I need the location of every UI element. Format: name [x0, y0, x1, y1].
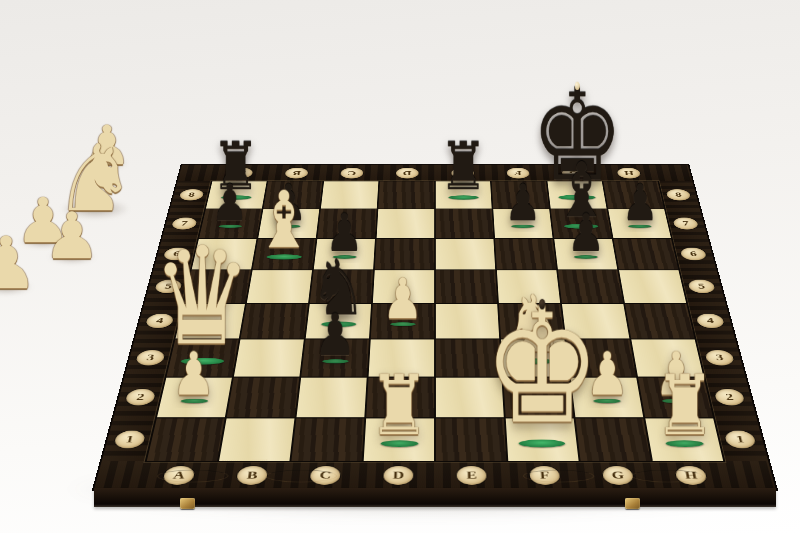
file-label-e-top: E [451, 168, 474, 179]
brass-clasp-left [180, 498, 195, 509]
square-e4[interactable] [436, 304, 499, 339]
square-b6[interactable] [253, 239, 316, 270]
square-a1[interactable] [147, 418, 225, 461]
square-b3[interactable] [234, 339, 304, 376]
square-f4[interactable] [499, 304, 564, 339]
square-h6[interactable] [614, 239, 679, 270]
square-h2[interactable] [638, 378, 713, 418]
rail-ornament [631, 470, 705, 483]
file-label-f-top: F [506, 168, 529, 179]
square-c1[interactable] [291, 418, 364, 461]
square-g2[interactable] [571, 378, 644, 418]
square-f7[interactable] [493, 209, 552, 238]
square-g4[interactable] [562, 304, 629, 339]
file-label-g-top: G [561, 168, 585, 179]
square-b4[interactable] [241, 304, 308, 339]
chess-board: ABCDEFGHABCDEFGH8765432187654321 ♜♜♚♟♟♟♝… [94, 165, 776, 490]
square-d2[interactable] [366, 378, 434, 418]
square-h8[interactable] [603, 181, 664, 208]
square-g6[interactable] [554, 239, 617, 270]
square-e2[interactable] [436, 378, 504, 418]
square-a3[interactable] [167, 339, 239, 376]
square-b5[interactable] [247, 270, 312, 303]
square-a4[interactable] [176, 304, 245, 339]
square-f5[interactable] [497, 270, 560, 303]
square-b1[interactable] [219, 418, 294, 461]
square-e5[interactable] [436, 270, 497, 303]
square-e7[interactable] [436, 209, 494, 238]
file-label-e-bottom: E [457, 466, 487, 485]
square-h7[interactable] [608, 209, 671, 238]
square-c6[interactable] [314, 239, 375, 270]
square-a2[interactable] [157, 378, 232, 418]
square-f3[interactable] [501, 339, 569, 376]
square-d6[interactable] [375, 239, 434, 270]
square-f8[interactable] [492, 181, 550, 208]
square-g1[interactable] [576, 418, 651, 461]
square-b2[interactable] [227, 378, 300, 418]
square-c2[interactable] [296, 378, 366, 418]
square-d7[interactable] [377, 209, 435, 238]
square-g5[interactable] [558, 270, 623, 303]
square-h3[interactable] [631, 339, 703, 376]
square-g3[interactable] [566, 339, 636, 376]
square-h1[interactable] [645, 418, 723, 461]
square-e6[interactable] [436, 239, 495, 270]
front-seam-engraving [652, 460, 698, 465]
square-b7[interactable] [258, 209, 319, 238]
file-label-d-top: D [396, 168, 419, 179]
rail-ornament [523, 470, 595, 483]
square-e1[interactable] [436, 418, 506, 461]
square-c5[interactable] [310, 270, 373, 303]
captured-white-pawn[interactable]: ♟ [0, 227, 42, 299]
square-d4[interactable] [371, 304, 434, 339]
square-e8[interactable] [436, 181, 492, 208]
square-d8[interactable] [378, 181, 434, 208]
square-h4[interactable] [625, 304, 694, 339]
square-f1[interactable] [506, 418, 579, 461]
square-c4[interactable] [306, 304, 371, 339]
square-f6[interactable] [495, 239, 556, 270]
front-seam-engraving [366, 460, 411, 465]
photo-stage: ABCDEFGHABCDEFGH8765432187654321 ♜♜♚♟♟♟♝… [0, 0, 800, 533]
square-c7[interactable] [317, 209, 376, 238]
front-seam-engraving [221, 460, 267, 465]
square-c8[interactable] [321, 181, 379, 208]
square-g8[interactable] [547, 181, 606, 208]
board-squares-area [147, 181, 723, 461]
square-d1[interactable] [364, 418, 434, 461]
square-d3[interactable] [369, 339, 435, 376]
square-h5[interactable] [619, 270, 686, 303]
square-f2[interactable] [503, 378, 573, 418]
square-a6[interactable] [192, 239, 257, 270]
square-a7[interactable] [199, 209, 262, 238]
brass-clasp-right [625, 498, 640, 509]
square-b8[interactable] [263, 181, 322, 208]
king-contrast-finial [575, 81, 580, 89]
square-e3[interactable] [436, 339, 502, 376]
square-a8[interactable] [206, 181, 267, 208]
box-front-edge [94, 488, 776, 507]
captured-white-pawn[interactable]: ♟ [40, 204, 104, 268]
square-g7[interactable] [551, 209, 612, 238]
square-d5[interactable] [373, 270, 434, 303]
square-c3[interactable] [301, 339, 369, 376]
square-a5[interactable] [184, 270, 251, 303]
